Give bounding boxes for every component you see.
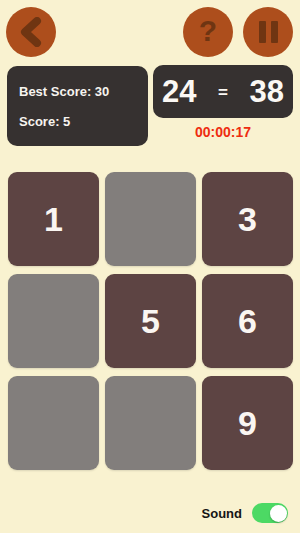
toggle-knob	[270, 505, 287, 522]
sound-label: Sound	[202, 506, 242, 521]
grid-cell	[8, 274, 99, 368]
timer: 00:00:17	[153, 124, 293, 140]
pause-icon	[259, 21, 278, 43]
grid-cell[interactable]: 1	[8, 172, 99, 266]
grid-cell[interactable]: 3	[202, 172, 293, 266]
grid-cell[interactable]: 9	[202, 376, 293, 470]
grid-cell	[105, 172, 196, 266]
best-score-text: Best Score: 30	[19, 84, 136, 99]
back-button[interactable]	[6, 7, 56, 57]
equation-panel: 24 = 38	[153, 65, 293, 118]
grid-cell[interactable]: 6	[202, 274, 293, 368]
target-sum: 38	[250, 76, 284, 107]
help-button[interactable]: ?	[183, 7, 233, 57]
score-panel: Best Score: 30 Score: 5	[7, 66, 148, 146]
pause-button[interactable]	[243, 7, 293, 57]
grid-cell	[8, 376, 99, 470]
current-sum: 24	[162, 76, 196, 107]
equals-sign: =	[218, 84, 228, 101]
score-text: Score: 5	[19, 114, 136, 129]
grid-cell[interactable]: 5	[105, 274, 196, 368]
question-mark-icon: ?	[199, 16, 217, 46]
sound-control: Sound	[202, 503, 288, 523]
chevron-left-icon	[19, 17, 43, 47]
number-grid: 13569	[8, 172, 293, 470]
grid-cell	[105, 376, 196, 470]
sound-toggle[interactable]	[252, 503, 288, 523]
